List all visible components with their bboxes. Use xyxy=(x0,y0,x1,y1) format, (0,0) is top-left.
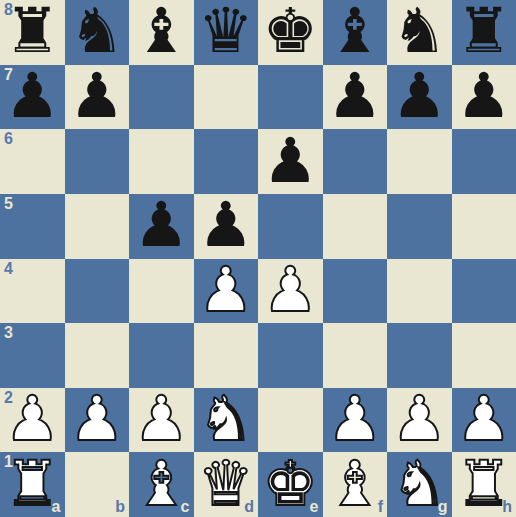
square-e2[interactable] xyxy=(258,388,323,453)
white-bishop[interactable]: ♝ xyxy=(133,453,189,515)
square-f8[interactable]: ♝ xyxy=(323,0,388,65)
square-d2[interactable]: ♞ xyxy=(194,388,259,453)
square-f4[interactable] xyxy=(323,259,388,324)
black-pawn[interactable]: ♟ xyxy=(391,65,447,127)
square-b3[interactable] xyxy=(65,323,130,388)
square-a4[interactable]: 4 xyxy=(0,259,65,324)
square-e6[interactable]: ♟ xyxy=(258,129,323,194)
square-c5[interactable]: ♟ xyxy=(129,194,194,259)
square-g4[interactable] xyxy=(387,259,452,324)
square-a7[interactable]: 7♟ xyxy=(0,65,65,130)
square-d8[interactable]: ♛ xyxy=(194,0,259,65)
square-d1[interactable]: d♛ xyxy=(194,452,259,517)
black-pawn[interactable]: ♟ xyxy=(198,194,254,256)
square-c7[interactable] xyxy=(129,65,194,130)
black-pawn[interactable]: ♟ xyxy=(327,65,383,127)
square-f3[interactable] xyxy=(323,323,388,388)
square-c2[interactable]: ♟ xyxy=(129,388,194,453)
square-d4[interactable]: ♟ xyxy=(194,259,259,324)
black-bishop[interactable]: ♝ xyxy=(327,0,383,62)
square-f7[interactable]: ♟ xyxy=(323,65,388,130)
square-f5[interactable] xyxy=(323,194,388,259)
square-f6[interactable] xyxy=(323,129,388,194)
rank-label-5: 5 xyxy=(4,196,13,212)
black-pawn[interactable]: ♟ xyxy=(69,65,125,127)
square-a2[interactable]: 2♟ xyxy=(0,388,65,453)
square-g8[interactable]: ♞ xyxy=(387,0,452,65)
black-king[interactable]: ♚ xyxy=(262,0,318,62)
white-queen[interactable]: ♛ xyxy=(198,453,254,515)
square-f1[interactable]: f♝ xyxy=(323,452,388,517)
square-a3[interactable]: 3 xyxy=(0,323,65,388)
square-g7[interactable]: ♟ xyxy=(387,65,452,130)
black-bishop[interactable]: ♝ xyxy=(133,0,189,62)
black-pawn[interactable]: ♟ xyxy=(4,65,60,127)
white-king[interactable]: ♚ xyxy=(262,453,318,515)
square-b1[interactable]: b xyxy=(65,452,130,517)
square-h8[interactable]: ♜ xyxy=(452,0,516,65)
square-g5[interactable] xyxy=(387,194,452,259)
square-e3[interactable] xyxy=(258,323,323,388)
square-h5[interactable] xyxy=(452,194,516,259)
square-h4[interactable] xyxy=(452,259,516,324)
chess-board-container: 8♜♞♝♛♚♝♞♜7♟♟♟♟♟6♟5♟♟4♟♟32♟♟♟♞♟♟♟1a♜bc♝d♛… xyxy=(0,0,516,517)
square-a6[interactable]: 6 xyxy=(0,129,65,194)
white-pawn[interactable]: ♟ xyxy=(69,388,125,450)
black-pawn[interactable]: ♟ xyxy=(456,65,512,127)
rank-label-4: 4 xyxy=(4,261,13,277)
square-e1[interactable]: e♚ xyxy=(258,452,323,517)
square-d6[interactable] xyxy=(194,129,259,194)
white-bishop[interactable]: ♝ xyxy=(327,453,383,515)
square-e8[interactable]: ♚ xyxy=(258,0,323,65)
rank-label-6: 6 xyxy=(4,131,13,147)
square-h6[interactable] xyxy=(452,129,516,194)
square-g3[interactable] xyxy=(387,323,452,388)
white-rook[interactable]: ♜ xyxy=(456,453,512,515)
square-e7[interactable] xyxy=(258,65,323,130)
square-h1[interactable]: h♜ xyxy=(452,452,516,517)
chess-board: 8♜♞♝♛♚♝♞♜7♟♟♟♟♟6♟5♟♟4♟♟32♟♟♟♞♟♟♟1a♜bc♝d♛… xyxy=(0,0,516,517)
white-rook[interactable]: ♜ xyxy=(4,453,60,515)
white-pawn[interactable]: ♟ xyxy=(4,388,60,450)
black-knight[interactable]: ♞ xyxy=(69,0,125,62)
square-a5[interactable]: 5 xyxy=(0,194,65,259)
square-b8[interactable]: ♞ xyxy=(65,0,130,65)
square-b5[interactable] xyxy=(65,194,130,259)
square-b4[interactable] xyxy=(65,259,130,324)
white-pawn[interactable]: ♟ xyxy=(133,388,189,450)
square-g1[interactable]: g♞ xyxy=(387,452,452,517)
square-f2[interactable]: ♟ xyxy=(323,388,388,453)
square-c4[interactable] xyxy=(129,259,194,324)
black-pawn[interactable]: ♟ xyxy=(262,130,318,192)
square-b7[interactable]: ♟ xyxy=(65,65,130,130)
black-pawn[interactable]: ♟ xyxy=(133,194,189,256)
square-d5[interactable]: ♟ xyxy=(194,194,259,259)
square-c3[interactable] xyxy=(129,323,194,388)
white-pawn[interactable]: ♟ xyxy=(327,388,383,450)
square-b2[interactable]: ♟ xyxy=(65,388,130,453)
square-d7[interactable] xyxy=(194,65,259,130)
white-pawn[interactable]: ♟ xyxy=(262,259,318,321)
square-g6[interactable] xyxy=(387,129,452,194)
white-knight[interactable]: ♞ xyxy=(198,388,254,450)
black-rook[interactable]: ♜ xyxy=(456,0,512,62)
white-pawn[interactable]: ♟ xyxy=(391,388,447,450)
square-g2[interactable]: ♟ xyxy=(387,388,452,453)
square-e5[interactable] xyxy=(258,194,323,259)
square-c8[interactable]: ♝ xyxy=(129,0,194,65)
black-rook[interactable]: ♜ xyxy=(4,0,60,62)
rank-label-3: 3 xyxy=(4,325,13,341)
white-knight[interactable]: ♞ xyxy=(391,453,447,515)
file-label-b: b xyxy=(115,499,125,515)
square-h7[interactable]: ♟ xyxy=(452,65,516,130)
black-knight[interactable]: ♞ xyxy=(391,0,447,62)
square-h2[interactable]: ♟ xyxy=(452,388,516,453)
square-d3[interactable] xyxy=(194,323,259,388)
square-h3[interactable] xyxy=(452,323,516,388)
square-a8[interactable]: 8♜ xyxy=(0,0,65,65)
white-pawn[interactable]: ♟ xyxy=(456,388,512,450)
square-e4[interactable]: ♟ xyxy=(258,259,323,324)
square-c1[interactable]: c♝ xyxy=(129,452,194,517)
white-pawn[interactable]: ♟ xyxy=(198,259,254,321)
square-a1[interactable]: 1a♜ xyxy=(0,452,65,517)
square-c6[interactable] xyxy=(129,129,194,194)
square-b6[interactable] xyxy=(65,129,130,194)
black-queen[interactable]: ♛ xyxy=(198,0,254,62)
